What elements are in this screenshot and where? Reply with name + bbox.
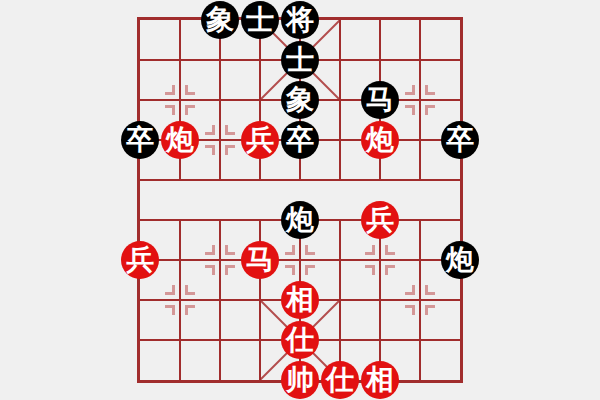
star-mark (172, 285, 175, 295)
star-mark (412, 85, 415, 95)
star-mark (185, 285, 188, 295)
piece-black-advisor[interactable]: 士 (281, 41, 319, 79)
grid-line-vertical (339, 220, 341, 380)
star-mark (425, 285, 428, 295)
star-mark (225, 265, 228, 275)
grid-line-vertical (219, 220, 221, 380)
star-mark (292, 265, 295, 275)
piece-red-cannon[interactable]: 炮 (161, 121, 199, 159)
piece-black-pawn[interactable]: 卒 (281, 121, 319, 159)
star-mark (225, 245, 228, 255)
piece-black-general[interactable]: 将 (281, 1, 319, 39)
piece-black-advisor[interactable]: 士 (241, 1, 279, 39)
piece-red-elephant[interactable]: 相 (361, 361, 399, 399)
star-mark (172, 105, 175, 115)
star-mark (425, 85, 428, 95)
grid-line-vertical (339, 20, 341, 180)
grid-line-vertical (379, 220, 381, 380)
star-mark (225, 125, 228, 135)
star-mark (412, 105, 415, 115)
piece-black-elephant[interactable]: 象 (201, 1, 239, 39)
star-mark (412, 285, 415, 295)
star-mark (385, 265, 388, 275)
star-mark (212, 245, 215, 255)
star-mark (292, 245, 295, 255)
grid-line-vertical (219, 20, 221, 180)
star-mark (425, 105, 428, 115)
star-mark (225, 145, 228, 155)
grid-line-vertical (419, 220, 421, 380)
star-mark (212, 265, 215, 275)
piece-red-general[interactable]: 帅 (281, 361, 319, 399)
piece-black-elephant[interactable]: 象 (281, 81, 319, 119)
star-mark (212, 125, 215, 135)
star-mark (412, 305, 415, 315)
star-mark (385, 245, 388, 255)
piece-red-advisor[interactable]: 仕 (281, 321, 319, 359)
star-mark (172, 85, 175, 95)
piece-red-advisor[interactable]: 仕 (321, 361, 359, 399)
star-mark (372, 245, 375, 255)
piece-red-pawn[interactable]: 兵 (121, 241, 159, 279)
grid-line-vertical (419, 20, 421, 180)
piece-red-pawn[interactable]: 兵 (241, 121, 279, 159)
piece-red-pawn[interactable]: 兵 (361, 201, 399, 239)
piece-black-pawn[interactable]: 卒 (121, 121, 159, 159)
xiangqi-board: 象士将士象马卒炮兵卒炮卒炮兵兵马炮相仕帅仕相 (0, 0, 600, 400)
star-mark (172, 305, 175, 315)
star-mark (185, 305, 188, 315)
piece-black-cannon[interactable]: 炮 (281, 201, 319, 239)
star-mark (305, 265, 308, 275)
star-mark (185, 105, 188, 115)
star-mark (212, 145, 215, 155)
piece-black-horse[interactable]: 马 (361, 81, 399, 119)
star-mark (305, 245, 308, 255)
star-mark (372, 265, 375, 275)
piece-black-pawn[interactable]: 卒 (441, 121, 479, 159)
piece-black-cannon[interactable]: 炮 (441, 241, 479, 279)
piece-red-elephant[interactable]: 相 (281, 281, 319, 319)
piece-red-cannon[interactable]: 炮 (361, 121, 399, 159)
grid-line-vertical (179, 220, 181, 380)
piece-red-horse[interactable]: 马 (241, 241, 279, 279)
star-mark (185, 85, 188, 95)
star-mark (425, 305, 428, 315)
